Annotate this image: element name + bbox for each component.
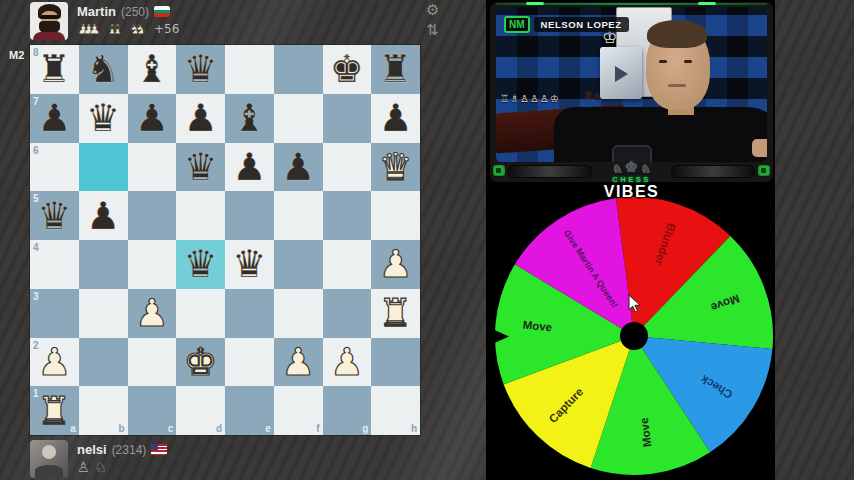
square-e6[interactable]: ♟ (225, 143, 274, 192)
piece-white-rook-h3[interactable]: ♜ (379, 294, 413, 332)
square-b7[interactable]: ♛ (79, 94, 128, 143)
rank-label-4: 4 (33, 242, 39, 253)
square-g5[interactable] (323, 191, 372, 240)
captured-pawn-group: ♟♟♟ (77, 22, 101, 36)
streamer-torso (554, 107, 767, 162)
file-label-c: c (168, 423, 174, 434)
piece-white-queen-h6[interactable]: ♛ (379, 148, 413, 186)
square-f8[interactable] (274, 45, 323, 94)
mouse-cursor (628, 294, 642, 314)
square-e5[interactable] (225, 191, 274, 240)
square-g4[interactable] (323, 240, 372, 289)
square-e3[interactable] (225, 289, 274, 338)
square-c3[interactable]: ♟ (128, 289, 177, 338)
square-f1[interactable]: f (274, 386, 323, 435)
square-f4[interactable] (274, 240, 323, 289)
bezel-left-icon (493, 165, 505, 176)
rank-label-1: 1 (33, 388, 39, 399)
streamer-hair (647, 20, 707, 48)
piece-black-queen-a5[interactable]: ♛ (37, 197, 71, 235)
spin-wheel-panel: BlunderMoveCheckMoveCaptureMoveGive Mart… (486, 182, 775, 480)
piece-black-pawn-h7[interactable]: ♟ (379, 99, 413, 137)
eval-badge: M2 (9, 49, 24, 61)
file-label-h: h (411, 423, 417, 434)
square-b1[interactable]: b (79, 386, 128, 435)
piece-white-pawn-c3[interactable]: ♟ (135, 294, 169, 332)
streamer-nameplate: NM NELSON LOPEZ (504, 16, 629, 33)
square-c8[interactable]: ♝ (128, 45, 177, 94)
file-label-d: d (216, 423, 222, 434)
captured-pawn-group: ♙ (77, 460, 90, 474)
square-f3[interactable] (274, 289, 323, 338)
square-d2[interactable]: ♚ (176, 338, 225, 387)
square-a6[interactable]: 6 (30, 143, 79, 192)
piece-black-pawn-b5[interactable]: ♟ (86, 197, 120, 235)
piece-black-queen-d6[interactable]: ♛ (184, 148, 218, 186)
square-b5[interactable]: ♟ (79, 191, 128, 240)
piece-black-pawn-f6[interactable]: ♟ (281, 148, 315, 186)
player-top-name[interactable]: Martin (77, 4, 116, 19)
square-a3[interactable]: 3 (30, 289, 79, 338)
captured-pieces-top: ♟♟♟♝♝♞♞ (77, 22, 147, 36)
square-d4[interactable]: ♛ (176, 240, 225, 289)
square-f5[interactable] (274, 191, 323, 240)
square-h6[interactable]: ♛ (371, 143, 420, 192)
piece-black-queen-d4[interactable]: ♛ (184, 245, 218, 283)
square-h7[interactable]: ♟ (371, 94, 420, 143)
piece-black-pawn-d7[interactable]: ♟ (184, 99, 218, 137)
square-b3[interactable] (79, 289, 128, 338)
chess-board[interactable]: 8♜♞♝♛♚♜7♟♛♟♟♝♟6♛♟♟♛5♛♟4♛♛♟3♟♜2♟♚♟♟1a♜bcd… (30, 45, 420, 435)
streamer-face (646, 24, 710, 110)
square-g3[interactable] (323, 289, 372, 338)
king-icon: ♚ (625, 160, 638, 175)
square-c2[interactable] (128, 338, 177, 387)
square-d8[interactable]: ♛ (176, 45, 225, 94)
logo-text-vibes: VIBES (584, 184, 680, 200)
chess-prop-dark-pieces: ♜♟ (584, 91, 602, 102)
square-h5[interactable] (371, 191, 420, 240)
player-bottom-name[interactable]: nelsi (77, 442, 107, 457)
file-label-a: a (70, 423, 76, 434)
avatar-nelsi[interactable] (30, 440, 68, 478)
flip-board-icon[interactable]: ⇅ (426, 22, 439, 38)
rank-label-7: 7 (33, 96, 39, 107)
square-b2[interactable] (79, 338, 128, 387)
square-h3[interactable]: ♜ (371, 289, 420, 338)
stream-screen: { "game": "chess", "position": { "fen": … (0, 0, 854, 480)
square-b8[interactable]: ♞ (79, 45, 128, 94)
square-c7[interactable]: ♟ (128, 94, 177, 143)
streamer-eye (684, 60, 692, 63)
captured-knight-group: ♘ (95, 460, 108, 474)
player-top-rating: (250) (121, 5, 149, 19)
piece-black-bishop-c8[interactable]: ♝ (135, 50, 169, 88)
piece-white-pawn-g2[interactable]: ♟ (330, 343, 364, 381)
piece-black-queen-b7[interactable]: ♛ (86, 99, 120, 137)
player-bottom-row: nelsi (2314) ♙♘ (30, 440, 167, 480)
square-d7[interactable]: ♟ (176, 94, 225, 143)
square-d5[interactable] (176, 191, 225, 240)
piece-black-queen-e4[interactable]: ♛ (232, 245, 266, 283)
square-d1[interactable]: d (176, 386, 225, 435)
chess-prop-light-pieces: ♖♗♙♙♙♔ (500, 93, 560, 104)
piece-black-rook-a8[interactable]: ♜ (37, 50, 71, 88)
rank-label-3: 3 (33, 291, 39, 302)
square-e8[interactable] (225, 45, 274, 94)
piece-black-knight-b8[interactable]: ♞ (86, 50, 120, 88)
avatar-shirt (33, 32, 65, 40)
square-g6[interactable] (323, 143, 372, 192)
square-c1[interactable]: c (128, 386, 177, 435)
square-f6[interactable]: ♟ (274, 143, 323, 192)
knight-icon: ♞ (612, 163, 623, 175)
square-e1[interactable]: e (225, 386, 274, 435)
player-top-flag (154, 6, 170, 17)
square-c5[interactable] (128, 191, 177, 240)
avatar-martin[interactable] (30, 2, 68, 40)
square-f2[interactable]: ♟ (274, 338, 323, 387)
chess-vibes-logo: ♞ ♚ ♞ CHESS VIBES (584, 160, 680, 200)
square-f7[interactable] (274, 94, 323, 143)
square-d3[interactable] (176, 289, 225, 338)
piece-white-king-d2[interactable]: ♚ (184, 343, 218, 381)
streamer-mouth (668, 84, 686, 87)
avatar-sunglasses (40, 15, 59, 19)
logo-emblem: ♞ ♚ ♞ (584, 160, 680, 175)
square-a4[interactable]: 4 (30, 240, 79, 289)
streamer-hand (752, 139, 767, 157)
square-c4[interactable] (128, 240, 177, 289)
square-g1[interactable]: g (323, 386, 372, 435)
bezel-left-slot (508, 165, 592, 178)
rank-label-8: 8 (33, 47, 39, 58)
piece-black-rook-h8[interactable]: ♜ (379, 50, 413, 88)
captured-pieces-bottom: ♙♘ (77, 460, 107, 474)
settings-gear-icon[interactable]: ⚙ (426, 2, 439, 18)
knight-icon: ♞ (640, 163, 651, 175)
square-g8[interactable]: ♚ (323, 45, 372, 94)
piece-black-king-g8[interactable]: ♚ (330, 50, 364, 88)
bezel-right-slot (671, 165, 755, 178)
square-g7[interactable] (323, 94, 372, 143)
square-g2[interactable]: ♟ (323, 338, 372, 387)
piece-black-pawn-c7[interactable]: ♟ (135, 99, 169, 137)
square-e4[interactable]: ♛ (225, 240, 274, 289)
frame-accent-dash (526, 2, 544, 5)
square-b6[interactable] (79, 143, 128, 192)
square-h8[interactable]: ♜ (371, 45, 420, 94)
rank-label-6: 6 (33, 145, 39, 156)
square-a1[interactable]: 1a♜ (30, 386, 79, 435)
square-a2[interactable]: 2♟ (30, 338, 79, 387)
captured-knight-group: ♞♞ (129, 22, 147, 36)
piece-white-pawn-h4[interactable]: ♟ (379, 245, 413, 283)
file-label-f: f (316, 423, 319, 434)
square-c6[interactable] (128, 143, 177, 192)
spin-wheel[interactable]: BlunderMoveCheckMoveCaptureMoveGive Mart… (486, 182, 775, 480)
square-d6[interactable]: ♛ (176, 143, 225, 192)
captured-bishop-group: ♝♝ (106, 22, 124, 36)
piece-white-pawn-a2[interactable]: ♟ (37, 343, 71, 381)
square-a8[interactable]: 8♜ (30, 45, 79, 94)
piece-black-pawn-a7[interactable]: ♟ (37, 99, 71, 137)
board-toolbar: ⚙ ⇅ (426, 2, 439, 38)
square-h2[interactable] (371, 338, 420, 387)
streamer-name-label: NELSON LOPEZ (534, 17, 629, 32)
avatar-head (42, 445, 56, 459)
rank-label-5: 5 (33, 193, 39, 204)
player-bottom-flag (151, 444, 167, 455)
square-a7[interactable]: 7♟ (30, 94, 79, 143)
rank-label-2: 2 (33, 340, 39, 351)
square-e2[interactable] (225, 338, 274, 387)
player-top-row: Martin (250) ♟♟♟♝♝♞♞ +56 (30, 2, 179, 42)
square-b4[interactable] (79, 240, 128, 289)
avatar-body (35, 465, 63, 478)
play-icon (615, 66, 628, 82)
square-h4[interactable]: ♟ (371, 240, 420, 289)
bezel-right-icon (758, 165, 770, 176)
stream-right-panel: ♔ ♜♟ ♖♗♙♙♙♔ NM NELSON LOPEZ (486, 0, 775, 480)
piece-black-bishop-e7[interactable]: ♝ (232, 99, 266, 137)
piece-white-rook-a1[interactable]: ♜ (37, 392, 71, 430)
player-bottom-rating: (2314) (112, 443, 147, 457)
webcam-frame: ♔ ♜♟ ♖♗♙♙♙♔ NM NELSON LOPEZ (489, 1, 774, 183)
square-h1[interactable]: h (371, 386, 420, 435)
piece-white-pawn-f2[interactable]: ♟ (281, 343, 315, 381)
file-label-e: e (265, 423, 271, 434)
file-label-b: b (118, 423, 124, 434)
piece-black-queen-d8[interactable]: ♛ (184, 50, 218, 88)
square-e7[interactable]: ♝ (225, 94, 274, 143)
webcam-video: ♔ ♜♟ ♖♗♙♙♙♔ NM NELSON LOPEZ (496, 7, 767, 162)
material-score: +56 (154, 22, 179, 36)
piece-black-pawn-e6[interactable]: ♟ (232, 148, 266, 186)
square-a5[interactable]: 5♛ (30, 191, 79, 240)
wheel-hub (620, 322, 648, 350)
frame-accent-dash (698, 2, 716, 5)
streamer-eye (659, 60, 667, 63)
title-badge: NM (504, 16, 530, 33)
file-label-g: g (362, 423, 368, 434)
